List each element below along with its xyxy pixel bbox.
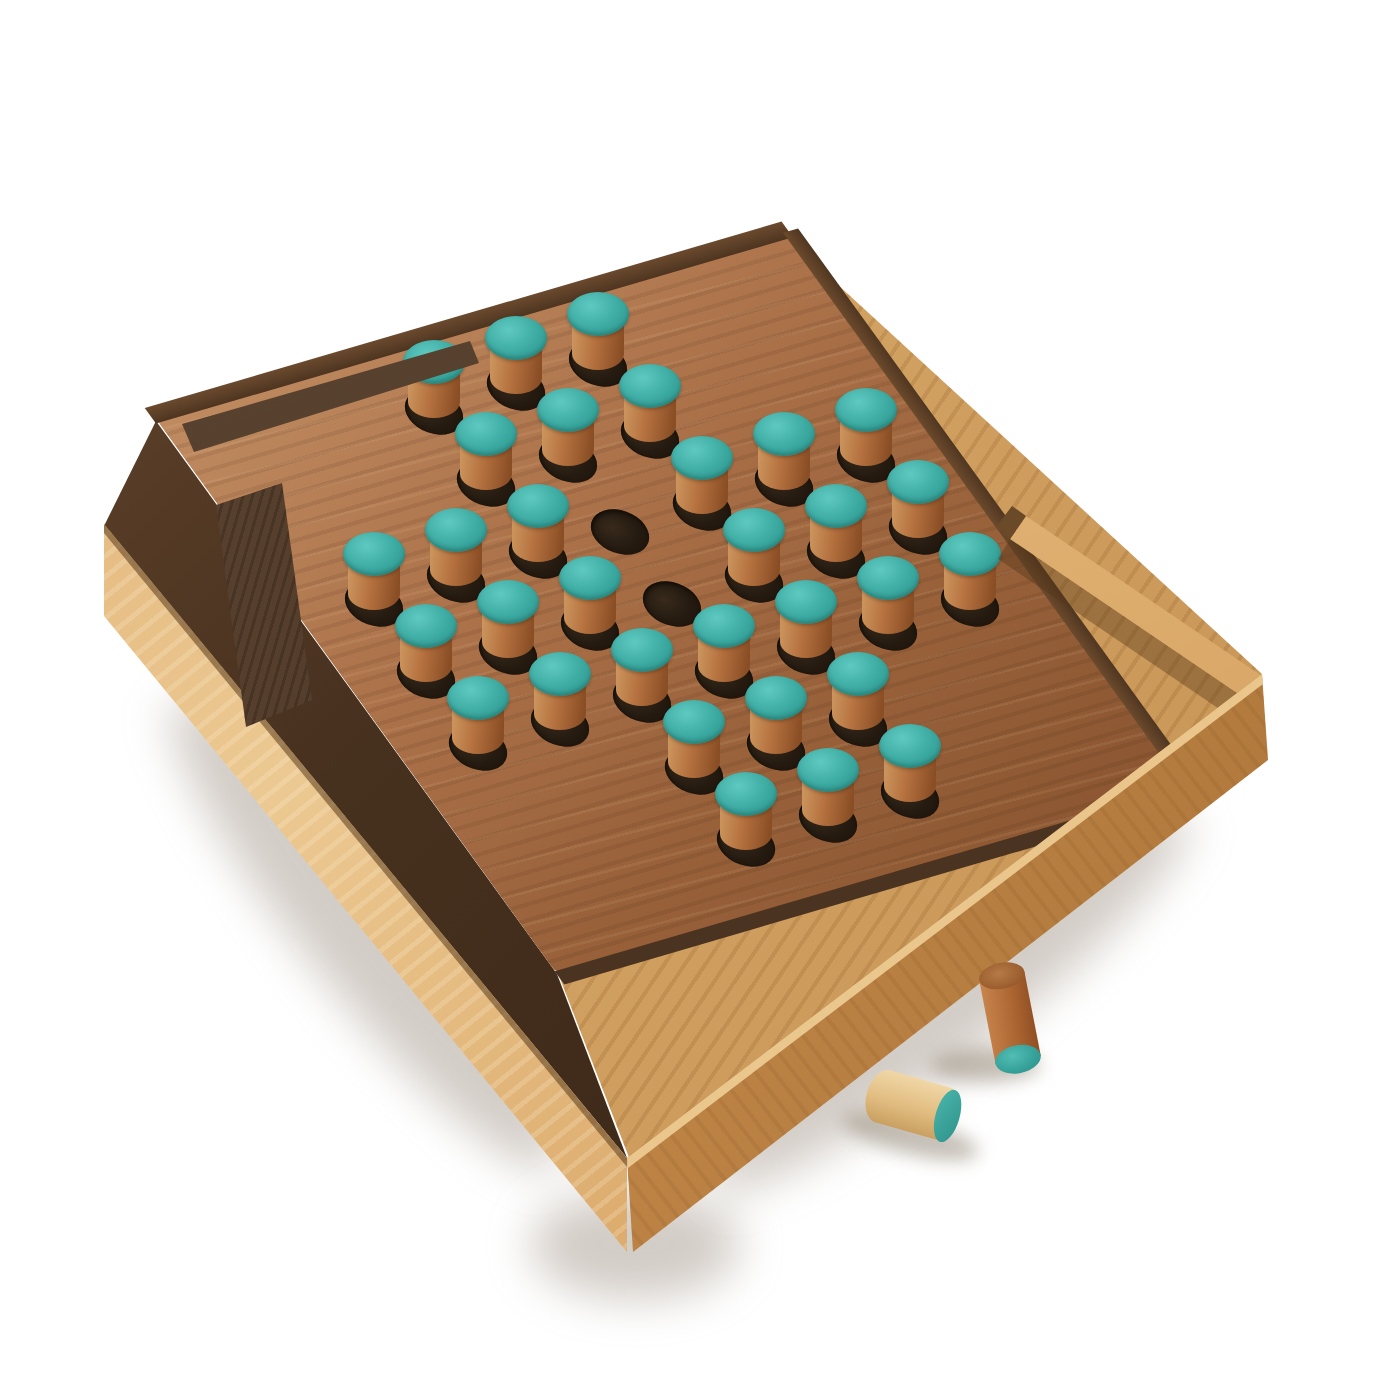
peg-teal-top-d7 xyxy=(797,748,859,792)
peg-d1[interactable] xyxy=(485,316,547,396)
peg-teal-top-d1 xyxy=(485,316,547,360)
peg-teal-top-e2 xyxy=(619,364,681,408)
peg-teal-top-f4 xyxy=(805,484,867,528)
peg-e3[interactable] xyxy=(671,436,733,516)
peg-teal-top-e6 xyxy=(827,652,889,696)
peg-teal-top-b3 xyxy=(425,508,487,552)
peg-teal-top-f3 xyxy=(753,412,815,456)
peg-b3[interactable] xyxy=(425,508,487,588)
peg-e1[interactable] xyxy=(567,292,629,372)
peg-teal-top-e4 xyxy=(723,508,785,552)
peg-teal-top-c7 xyxy=(715,772,777,816)
peg-teal-top-a5 xyxy=(447,676,509,720)
peg-d6[interactable] xyxy=(745,676,807,756)
scene-peg-solitaire-box xyxy=(0,0,1400,1400)
peg-teal-top-b5 xyxy=(529,652,591,696)
peg-f3[interactable] xyxy=(753,412,815,492)
peg-c5[interactable] xyxy=(611,628,673,708)
peg-teal-top-e7 xyxy=(879,724,941,768)
peg-g4[interactable] xyxy=(887,460,949,540)
hole-d3[interactable] xyxy=(580,503,660,561)
peg-teal-top-g5 xyxy=(939,532,1001,576)
peg-b5[interactable] xyxy=(529,652,591,732)
peg-a5[interactable] xyxy=(447,676,509,756)
peg-a3[interactable] xyxy=(343,532,405,612)
peg-teal-top-c5 xyxy=(611,628,673,672)
peg-teal-top-c6 xyxy=(663,700,725,744)
peg-d5[interactable] xyxy=(693,604,755,684)
peg-teal-top-b4 xyxy=(477,580,539,624)
peg-b4[interactable] xyxy=(477,580,539,660)
peg-e5[interactable] xyxy=(775,580,837,660)
peg-teal-top-d6 xyxy=(745,676,807,720)
peg-teal-top-e1 xyxy=(567,292,629,336)
peg-d7[interactable] xyxy=(797,748,859,828)
peg-c7[interactable] xyxy=(715,772,777,852)
peg-g3[interactable] xyxy=(835,388,897,468)
peg-c6[interactable] xyxy=(663,700,725,780)
peg-teal-top-g3 xyxy=(835,388,897,432)
peg-teal-top-e5 xyxy=(775,580,837,624)
peg-teal-top-c3 xyxy=(507,484,569,528)
peg-teal-top-d2 xyxy=(537,388,599,432)
peg-teal-top-g4 xyxy=(887,460,949,504)
peg-teal-top-d5 xyxy=(693,604,755,648)
peg-e6[interactable] xyxy=(827,652,889,732)
peg-e7[interactable] xyxy=(879,724,941,804)
peg-teal-top-a3 xyxy=(343,532,405,576)
peg-teal-top-a4 xyxy=(395,604,457,648)
peg-e4[interactable] xyxy=(723,508,785,588)
peg-c2[interactable] xyxy=(455,412,517,492)
peg-g5[interactable] xyxy=(939,532,1001,612)
peg-c3[interactable] xyxy=(507,484,569,564)
peg-c4[interactable] xyxy=(559,556,621,636)
peg-f4[interactable] xyxy=(805,484,867,564)
peg-d2[interactable] xyxy=(537,388,599,468)
peg-f5[interactable] xyxy=(857,556,919,636)
peg-teal-top-e3 xyxy=(671,436,733,480)
peg-e2[interactable] xyxy=(619,364,681,444)
peg-teal-top-c4 xyxy=(559,556,621,600)
peg-teal-top-c2 xyxy=(455,412,517,456)
peg-teal-top-f5 xyxy=(857,556,919,600)
peg-a4[interactable] xyxy=(395,604,457,684)
